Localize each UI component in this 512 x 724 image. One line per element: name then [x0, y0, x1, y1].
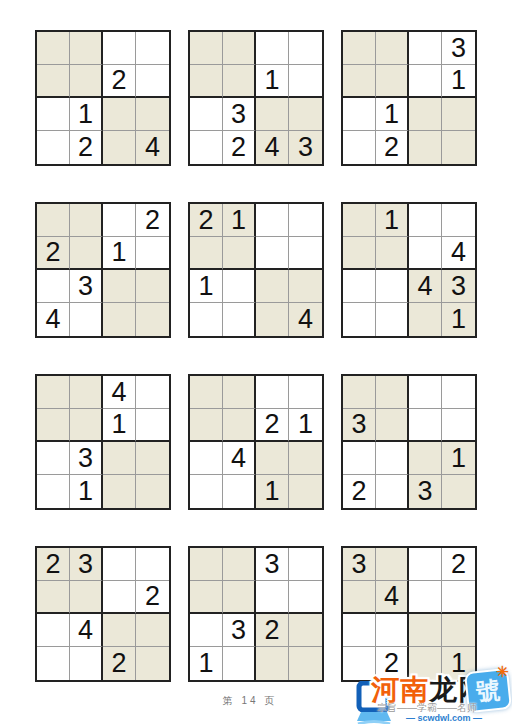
puzzle-1: 2124 — [35, 30, 171, 166]
puzzle-8-cell-r3c2: 4 — [223, 442, 256, 475]
puzzle-1-cell-r1c4[interactable] — [136, 32, 169, 65]
puzzle-11-cell-r2c2[interactable] — [223, 581, 256, 614]
puzzle-8-cell-r4c2[interactable] — [223, 475, 256, 508]
puzzle-12-cell-r4c3[interactable] — [409, 647, 442, 680]
puzzle-5: 2114 — [188, 202, 324, 338]
puzzle-11-cell-r3c1[interactable] — [190, 614, 223, 647]
puzzle-12-cell-r4c1[interactable] — [343, 647, 376, 680]
puzzle-12: 32421 — [341, 546, 477, 682]
puzzle-10-cell-r3c2: 4 — [70, 614, 103, 647]
puzzle-3-cell-r3c4[interactable] — [442, 98, 475, 131]
puzzle-2-cell-r4c1[interactable] — [190, 131, 223, 164]
puzzle-11-cell-r3c2: 3 — [223, 614, 256, 647]
puzzle-9-cell-r1c3[interactable] — [409, 376, 442, 409]
puzzle-4-cell-r4c3[interactable] — [103, 303, 136, 336]
puzzle-4-cell-r3c2: 3 — [70, 270, 103, 303]
puzzle-11-cell-r1c1[interactable] — [190, 548, 223, 581]
puzzle-6-cell-r3c1[interactable] — [343, 270, 376, 303]
puzzle-12-cell-r1c1: 3 — [343, 548, 376, 581]
puzzle-11-cell-r1c2[interactable] — [223, 548, 256, 581]
puzzle-11-cell-r2c4[interactable] — [289, 581, 322, 614]
puzzle-4-cell-r3c1[interactable] — [37, 270, 70, 303]
puzzle-8-cell-r2c3: 2 — [256, 409, 289, 442]
page-footer: 第 14 页 — [0, 694, 500, 708]
puzzle-3-cell-r4c2: 2 — [376, 131, 409, 164]
puzzle-4-cell-r4c1: 4 — [37, 303, 70, 336]
puzzle-5-cell-r3c1: 1 — [190, 270, 223, 303]
puzzle-2-cell-r3c1[interactable] — [190, 98, 223, 131]
puzzle-3-cell-r2c1[interactable] — [343, 65, 376, 98]
puzzle-3-cell-r1c2[interactable] — [376, 32, 409, 65]
puzzle-10-cell-r4c3: 2 — [103, 647, 136, 680]
puzzle-5-cell-r4c3[interactable] — [256, 303, 289, 336]
puzzle-10-cell-r1c2: 3 — [70, 548, 103, 581]
puzzle-5-cell-r4c4: 4 — [289, 303, 322, 336]
puzzle-3-cell-r4c3[interactable] — [409, 131, 442, 164]
puzzle-8-cell-r1c3[interactable] — [256, 376, 289, 409]
puzzle-1-cell-r4c1[interactable] — [37, 131, 70, 164]
puzzle-9-cell-r1c4[interactable] — [442, 376, 475, 409]
puzzle-12-cell-r2c4[interactable] — [442, 581, 475, 614]
puzzle-8-cell-r2c2[interactable] — [223, 409, 256, 442]
puzzle-9-cell-r4c1: 2 — [343, 475, 376, 508]
puzzle-8-cell-r1c1[interactable] — [190, 376, 223, 409]
puzzle-9-cell-r2c2[interactable] — [376, 409, 409, 442]
puzzle-4-cell-r4c4[interactable] — [136, 303, 169, 336]
puzzle-12-cell-r4c2: 2 — [376, 647, 409, 680]
puzzle-6-cell-r4c2[interactable] — [376, 303, 409, 336]
puzzle-8-cell-r1c2[interactable] — [223, 376, 256, 409]
puzzle-7-cell-r4c1[interactable] — [37, 475, 70, 508]
puzzle-12-cell-r4c4: 1 — [442, 647, 475, 680]
puzzle-12-cell-r3c4[interactable] — [442, 614, 475, 647]
puzzle-8-cell-r4c1[interactable] — [190, 475, 223, 508]
puzzle-3-cell-r2c4: 1 — [442, 65, 475, 98]
puzzle-9-cell-r3c4: 1 — [442, 442, 475, 475]
puzzle-1-cell-r3c4[interactable] — [136, 98, 169, 131]
puzzle-1-cell-r4c3[interactable] — [103, 131, 136, 164]
puzzle-8-cell-r3c1[interactable] — [190, 442, 223, 475]
puzzle-2-cell-r2c3: 1 — [256, 65, 289, 98]
puzzle-12-cell-r1c3[interactable] — [409, 548, 442, 581]
puzzle-11-cell-r1c4[interactable] — [289, 548, 322, 581]
puzzle-1-cell-r2c1[interactable] — [37, 65, 70, 98]
puzzle-9-cell-r4c2[interactable] — [376, 475, 409, 508]
puzzle-6-cell-r1c1[interactable] — [343, 204, 376, 237]
puzzle-1-cell-r3c2: 1 — [70, 98, 103, 131]
puzzle-1-cell-r3c1[interactable] — [37, 98, 70, 131]
puzzle-11-cell-r2c3[interactable] — [256, 581, 289, 614]
puzzle-7-cell-r1c2[interactable] — [70, 376, 103, 409]
puzzle-12-cell-r2c3[interactable] — [409, 581, 442, 614]
puzzle-4: 22134 — [35, 202, 171, 338]
puzzle-5-cell-r3c3[interactable] — [256, 270, 289, 303]
puzzle-10-cell-r1c4[interactable] — [136, 548, 169, 581]
puzzle-3-cell-r1c1[interactable] — [343, 32, 376, 65]
puzzle-7-cell-r4c3[interactable] — [103, 475, 136, 508]
puzzle-8: 2141 — [188, 374, 324, 510]
puzzle-3-cell-r3c3[interactable] — [409, 98, 442, 131]
puzzle-4-cell-r1c2[interactable] — [70, 204, 103, 237]
puzzle-5-cell-r4c1[interactable] — [190, 303, 223, 336]
puzzle-5-cell-r1c4[interactable] — [289, 204, 322, 237]
spark-decoration: ✳ — [496, 663, 509, 681]
puzzle-10-cell-r2c1[interactable] — [37, 581, 70, 614]
puzzle-2-cell-r2c4[interactable] — [289, 65, 322, 98]
puzzle-11-cell-r4c1: 1 — [190, 647, 223, 680]
puzzle-4-cell-r2c2[interactable] — [70, 237, 103, 270]
puzzle-3-cell-r3c2: 1 — [376, 98, 409, 131]
puzzle-2-cell-r3c4[interactable] — [289, 98, 322, 131]
puzzle-1-cell-r1c2[interactable] — [70, 32, 103, 65]
puzzle-8-cell-r4c4[interactable] — [289, 475, 322, 508]
puzzle-11-cell-r4c2[interactable] — [223, 647, 256, 680]
puzzle-9: 3123 — [341, 374, 477, 510]
puzzle-5-cell-r2c3[interactable] — [256, 237, 289, 270]
puzzle-10-cell-r2c4: 2 — [136, 581, 169, 614]
puzzle-2-cell-r1c2[interactable] — [223, 32, 256, 65]
puzzle-6-cell-r1c2: 1 — [376, 204, 409, 237]
puzzle-6-cell-r2c3[interactable] — [409, 237, 442, 270]
puzzle-12-cell-r2c1[interactable] — [343, 581, 376, 614]
puzzle-9-cell-r1c2[interactable] — [376, 376, 409, 409]
puzzle-10-cell-r4c4[interactable] — [136, 647, 169, 680]
puzzle-4-cell-r3c4[interactable] — [136, 270, 169, 303]
watermark-url: — scwdwl.com — — [406, 713, 482, 723]
puzzle-3-cell-r3c1[interactable] — [343, 98, 376, 131]
puzzle-6-cell-r2c4: 4 — [442, 237, 475, 270]
puzzle-6-cell-r4c3[interactable] — [409, 303, 442, 336]
puzzle-4-cell-r3c3[interactable] — [103, 270, 136, 303]
puzzle-11-cell-r1c3: 3 — [256, 548, 289, 581]
puzzle-3-cell-r4c1[interactable] — [343, 131, 376, 164]
puzzle-2-cell-r3c3[interactable] — [256, 98, 289, 131]
puzzle-1-cell-r2c4[interactable] — [136, 65, 169, 98]
puzzle-8-cell-r2c1[interactable] — [190, 409, 223, 442]
puzzle-4-cell-r2c4[interactable] — [136, 237, 169, 270]
puzzle-2-cell-r3c2: 3 — [223, 98, 256, 131]
puzzle-3-cell-r4c4[interactable] — [442, 131, 475, 164]
puzzle-2-cell-r4c4: 3 — [289, 131, 322, 164]
puzzle-1-cell-r1c1[interactable] — [37, 32, 70, 65]
puzzle-8-cell-r1c4[interactable] — [289, 376, 322, 409]
puzzle-2-cell-r4c2: 2 — [223, 131, 256, 164]
puzzle-10-cell-r4c2[interactable] — [70, 647, 103, 680]
puzzle-4-cell-r1c1[interactable] — [37, 204, 70, 237]
puzzle-5-cell-r3c4[interactable] — [289, 270, 322, 303]
puzzle-7-cell-r4c4[interactable] — [136, 475, 169, 508]
puzzle-6-cell-r4c1[interactable] — [343, 303, 376, 336]
puzzle-4-cell-r1c4: 2 — [136, 204, 169, 237]
puzzle-3-cell-r2c3[interactable] — [409, 65, 442, 98]
puzzle-10-cell-r1c3[interactable] — [103, 548, 136, 581]
puzzle-12-cell-r1c4: 2 — [442, 548, 475, 581]
puzzle-9-cell-r2c1: 3 — [343, 409, 376, 442]
puzzle-4-cell-r2c3: 1 — [103, 237, 136, 270]
puzzle-5-cell-r2c2[interactable] — [223, 237, 256, 270]
puzzle-6-cell-r2c1[interactable] — [343, 237, 376, 270]
puzzle-2-cell-r1c4[interactable] — [289, 32, 322, 65]
puzzle-2-cell-r1c3[interactable] — [256, 32, 289, 65]
puzzle-7-cell-r3c4[interactable] — [136, 442, 169, 475]
puzzle-8-cell-r2c4: 1 — [289, 409, 322, 442]
puzzle-4-cell-r2c1: 2 — [37, 237, 70, 270]
puzzle-7-cell-r2c1[interactable] — [37, 409, 70, 442]
puzzle-9-cell-r2c3[interactable] — [409, 409, 442, 442]
puzzle-2-cell-r2c1[interactable] — [190, 65, 223, 98]
puzzle-10-cell-r2c2[interactable] — [70, 581, 103, 614]
puzzle-3-cell-r1c3[interactable] — [409, 32, 442, 65]
puzzle-8-cell-r4c3: 1 — [256, 475, 289, 508]
puzzle-5-cell-r4c2[interactable] — [223, 303, 256, 336]
puzzle-11: 3321 — [188, 546, 324, 682]
puzzle-11-cell-r3c3: 2 — [256, 614, 289, 647]
puzzle-2-cell-r1c1[interactable] — [190, 32, 223, 65]
puzzle-7-cell-r2c4[interactable] — [136, 409, 169, 442]
puzzle-grid-container: 2124132433112221342114144314131214131232… — [35, 30, 477, 682]
puzzle-6: 14431 — [341, 202, 477, 338]
puzzle-1-cell-r4c2: 2 — [70, 131, 103, 164]
puzzle-7-cell-r2c3: 1 — [103, 409, 136, 442]
puzzle-7-cell-r1c4[interactable] — [136, 376, 169, 409]
puzzle-3: 3112 — [341, 30, 477, 166]
puzzle-1-cell-r4c4: 4 — [136, 131, 169, 164]
puzzle-10: 23242 — [35, 546, 171, 682]
puzzle-1-cell-r2c3: 2 — [103, 65, 136, 98]
puzzle-10-cell-r2c3[interactable] — [103, 581, 136, 614]
puzzle-9-cell-r2c4[interactable] — [442, 409, 475, 442]
puzzle-12-cell-r2c2: 4 — [376, 581, 409, 614]
puzzle-10-cell-r3c1[interactable] — [37, 614, 70, 647]
puzzle-9-cell-r4c4[interactable] — [442, 475, 475, 508]
puzzle-6-cell-r3c3: 4 — [409, 270, 442, 303]
puzzle-9-cell-r4c3: 3 — [409, 475, 442, 508]
puzzle-7-cell-r4c2: 1 — [70, 475, 103, 508]
puzzle-12-cell-r1c2[interactable] — [376, 548, 409, 581]
puzzle-10-cell-r1c1: 2 — [37, 548, 70, 581]
puzzle-7-cell-r3c3[interactable] — [103, 442, 136, 475]
puzzle-12-cell-r3c2[interactable] — [376, 614, 409, 647]
puzzle-7: 4131 — [35, 374, 171, 510]
puzzle-2-cell-r2c2[interactable] — [223, 65, 256, 98]
puzzle-11-cell-r3c4[interactable] — [289, 614, 322, 647]
puzzle-6-cell-r4c4: 1 — [442, 303, 475, 336]
puzzle-9-cell-r1c1[interactable] — [343, 376, 376, 409]
puzzle-1-cell-r3c3[interactable] — [103, 98, 136, 131]
puzzle-3-cell-r2c2[interactable] — [376, 65, 409, 98]
puzzle-12-cell-r3c1[interactable] — [343, 614, 376, 647]
puzzle-2-cell-r4c3: 4 — [256, 131, 289, 164]
puzzle-6-cell-r3c2[interactable] — [376, 270, 409, 303]
puzzle-10-cell-r3c3[interactable] — [103, 614, 136, 647]
puzzle-4-cell-r1c3[interactable] — [103, 204, 136, 237]
puzzle-1-cell-r2c2[interactable] — [70, 65, 103, 98]
puzzle-5-cell-r1c3[interactable] — [256, 204, 289, 237]
puzzle-6-cell-r2c2[interactable] — [376, 237, 409, 270]
puzzle-9-cell-r3c2[interactable] — [376, 442, 409, 475]
puzzle-8-cell-r3c4[interactable] — [289, 442, 322, 475]
puzzle-7-cell-r1c1[interactable] — [37, 376, 70, 409]
puzzle-11-cell-r2c1[interactable] — [190, 581, 223, 614]
puzzle-7-cell-r3c1[interactable] — [37, 442, 70, 475]
puzzle-12-cell-r3c3[interactable] — [409, 614, 442, 647]
puzzle-8-cell-r3c3[interactable] — [256, 442, 289, 475]
puzzle-6-cell-r1c3[interactable] — [409, 204, 442, 237]
puzzle-1-cell-r1c3[interactable] — [103, 32, 136, 65]
puzzle-9-cell-r3c3[interactable] — [409, 442, 442, 475]
puzzle-9-cell-r3c1[interactable] — [343, 442, 376, 475]
puzzle-11-cell-r4c3[interactable] — [256, 647, 289, 680]
puzzle-7-cell-r2c2[interactable] — [70, 409, 103, 442]
puzzle-5-cell-r3c2[interactable] — [223, 270, 256, 303]
puzzle-2: 13243 — [188, 30, 324, 166]
puzzle-7-cell-r3c2: 3 — [70, 442, 103, 475]
puzzle-6-cell-r3c4: 3 — [442, 270, 475, 303]
puzzle-11-cell-r4c4[interactable] — [289, 647, 322, 680]
puzzle-10-cell-r3c4[interactable] — [136, 614, 169, 647]
puzzle-5-cell-r2c1[interactable] — [190, 237, 223, 270]
puzzle-6-cell-r1c4[interactable] — [442, 204, 475, 237]
puzzle-5-cell-r1c2: 1 — [223, 204, 256, 237]
puzzle-7-cell-r1c3: 4 — [103, 376, 136, 409]
puzzle-3-cell-r1c4: 3 — [442, 32, 475, 65]
puzzle-10-cell-r4c1[interactable] — [37, 647, 70, 680]
puzzle-5-cell-r1c1: 2 — [190, 204, 223, 237]
puzzle-5-cell-r2c4[interactable] — [289, 237, 322, 270]
puzzle-4-cell-r4c2[interactable] — [70, 303, 103, 336]
